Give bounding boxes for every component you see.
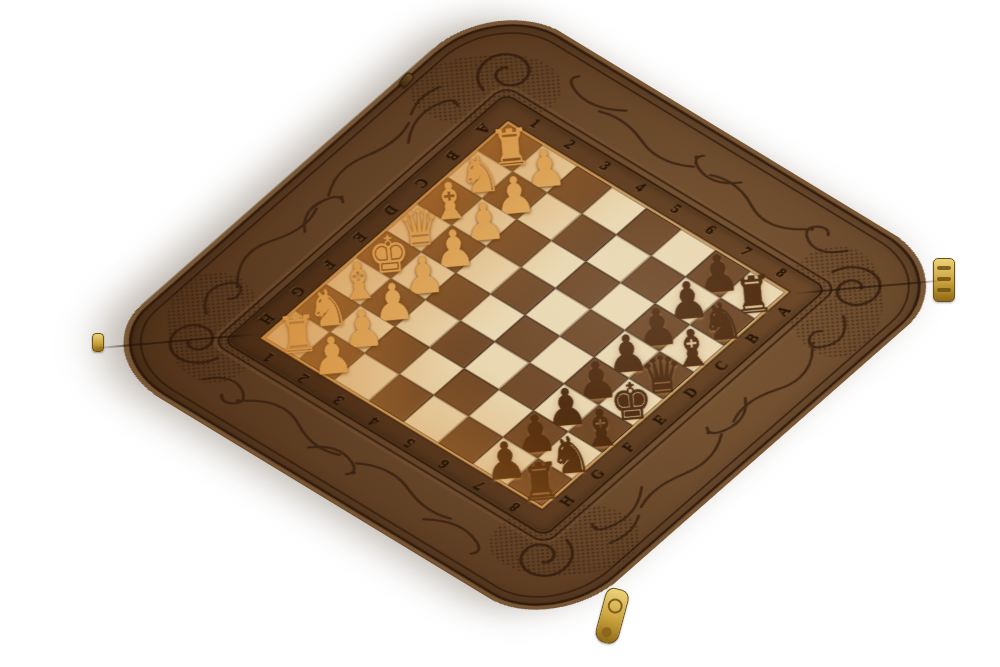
brass-latch-bottom — [593, 586, 631, 646]
white-rook-h1[interactable]: ♜ — [274, 308, 321, 362]
carved-wooden-board: ABCDEFGH ABCDEFGH 87654321 87654321 ♜♞♝♛… — [87, 0, 964, 637]
photo-scene: ABCDEFGH ABCDEFGH 87654321 87654321 ♜♞♝♛… — [0, 0, 1000, 667]
brass-hinge-pin-left — [92, 333, 104, 352]
